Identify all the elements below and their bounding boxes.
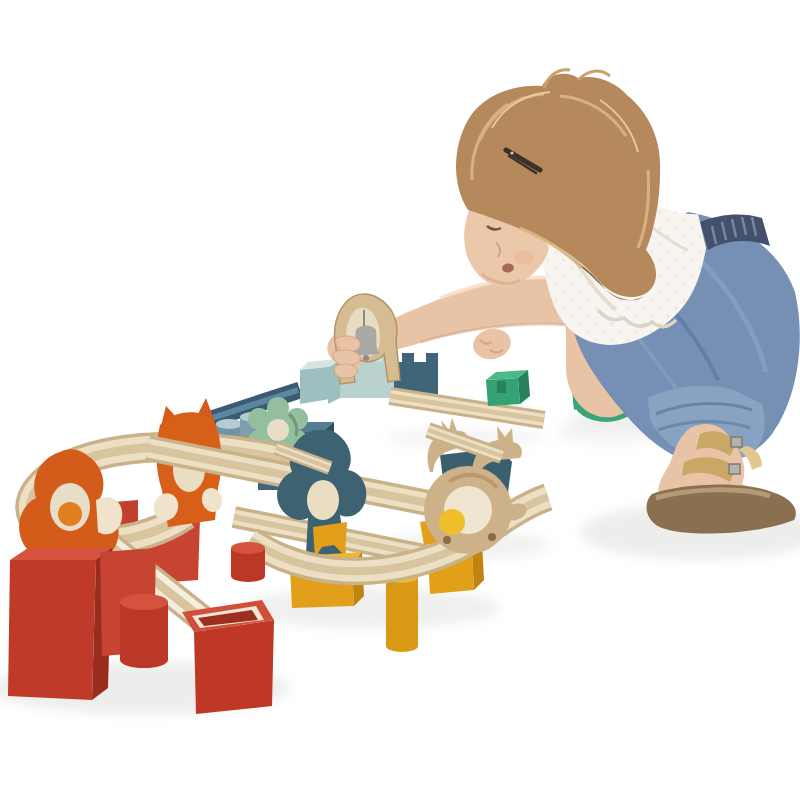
- cheek: [514, 250, 534, 264]
- sandal-buckle-upper: [731, 437, 742, 447]
- scene-illustration: [0, 0, 800, 800]
- marble-run: [8, 351, 639, 714]
- left-fist: [470, 325, 513, 362]
- red-finish-tray: [182, 600, 274, 714]
- photo-canvas: [0, 0, 800, 800]
- child: [323, 70, 800, 534]
- green-castle-block: [486, 370, 530, 406]
- gripping-fingers: [333, 336, 360, 378]
- sandal-buckle-lower: [729, 464, 740, 474]
- yellow-marble: [439, 509, 465, 535]
